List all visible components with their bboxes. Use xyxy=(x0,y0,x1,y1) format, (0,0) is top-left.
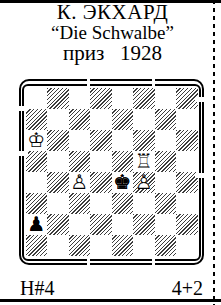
frame-notch xyxy=(152,256,155,265)
square-c4: ♟♙ xyxy=(69,172,91,193)
square-b2 xyxy=(47,214,69,235)
square-b4 xyxy=(47,172,69,193)
square-b8 xyxy=(47,88,69,109)
square-c1 xyxy=(69,235,91,256)
black-king-e4: ♚♚ xyxy=(113,172,131,193)
square-b7 xyxy=(47,109,69,130)
square-b6 xyxy=(47,130,69,151)
square-g6 xyxy=(155,130,177,151)
square-a5 xyxy=(26,151,48,172)
square-f1 xyxy=(133,235,155,256)
king-glyph: ♚ xyxy=(113,172,131,193)
pawn-glyph: ♟ xyxy=(27,214,45,235)
black-pawn-a2: ♟♟ xyxy=(27,214,45,235)
chess-board-area: ♚♔♜♖♟♙♚♚♟♙♟♟ xyxy=(19,79,204,265)
square-a7 xyxy=(26,109,48,130)
square-e6 xyxy=(112,130,134,151)
square-e1 xyxy=(112,235,134,256)
white-pawn-c4: ♟♙ xyxy=(70,172,88,193)
square-g1 xyxy=(155,235,177,256)
square-f3 xyxy=(133,193,155,214)
square-f5: ♜♖ xyxy=(133,151,155,172)
pawn-glyph: ♙ xyxy=(70,172,88,193)
square-c7 xyxy=(69,109,91,130)
frame-notch xyxy=(87,79,90,88)
board: ♚♔♜♖♟♙♚♚♟♙♟♟ xyxy=(26,88,198,256)
square-e7 xyxy=(112,109,134,130)
square-g5 xyxy=(155,151,177,172)
square-c2 xyxy=(69,214,91,235)
square-g2 xyxy=(155,214,177,235)
pawn-glyph: ♙ xyxy=(135,172,153,193)
square-a4 xyxy=(26,172,48,193)
white-rook-f5: ♜♖ xyxy=(135,151,153,172)
square-f8 xyxy=(133,88,155,109)
square-h1 xyxy=(176,235,198,256)
square-g3 xyxy=(155,193,177,214)
white-pawn-f4: ♟♙ xyxy=(135,172,153,193)
bottom-rule-line xyxy=(0,299,221,302)
diagram-footer: H#4 4+2 xyxy=(20,278,203,299)
square-a8 xyxy=(26,88,48,109)
square-f7 xyxy=(133,109,155,130)
square-d3 xyxy=(90,193,112,214)
square-c5 xyxy=(69,151,91,172)
white-king-a6: ♚♔ xyxy=(27,130,45,151)
board-frame-inner: ♚♔♜♖♟♙♚♚♟♙♟♟ xyxy=(22,84,201,261)
square-a3 xyxy=(26,193,48,214)
square-d7 xyxy=(90,109,112,130)
square-c6 xyxy=(69,130,91,151)
square-g8 xyxy=(155,88,177,109)
square-a1 xyxy=(26,235,48,256)
stipulation-label: H#4 xyxy=(20,278,54,299)
square-c3 xyxy=(69,193,91,214)
frame-notch xyxy=(152,79,155,88)
square-e8 xyxy=(112,88,134,109)
source-publication: “Die Schwalbe” xyxy=(4,23,221,43)
frame-notch xyxy=(195,97,204,102)
square-f6 xyxy=(133,130,155,151)
frame-notch xyxy=(87,256,90,265)
square-e4: ♚♚ xyxy=(112,172,134,193)
square-d4 xyxy=(90,172,112,193)
square-h6 xyxy=(176,130,198,151)
rook-glyph: ♖ xyxy=(135,151,153,172)
composer-name: К. ЭКХАРД xyxy=(4,2,221,23)
square-d5 xyxy=(90,151,112,172)
square-b1 xyxy=(47,235,69,256)
square-d1 xyxy=(90,235,112,256)
square-h2 xyxy=(176,214,198,235)
square-b5 xyxy=(47,151,69,172)
square-h3 xyxy=(176,193,198,214)
frame-notch xyxy=(19,106,28,111)
square-c8 xyxy=(69,88,91,109)
square-f4: ♟♙ xyxy=(133,172,155,193)
square-d2 xyxy=(90,214,112,235)
square-f2 xyxy=(133,214,155,235)
square-h7 xyxy=(176,109,198,130)
square-g4 xyxy=(155,172,177,193)
square-b3 xyxy=(47,193,69,214)
square-g7 xyxy=(155,109,177,130)
square-e5 xyxy=(112,151,134,172)
material-count: 4+2 xyxy=(172,278,203,299)
square-a6: ♚♔ xyxy=(26,130,48,151)
board-frame-outer: ♚♔♜♖♟♙♚♚♟♙♟♟ xyxy=(19,79,204,265)
square-h5 xyxy=(176,151,198,172)
square-d8 xyxy=(90,88,112,109)
problem-diagram-page: К. ЭКХАРД “Die Schwalbe” приз 1928 ♚♔♜♖♟… xyxy=(0,0,221,305)
king-glyph: ♔ xyxy=(27,130,45,151)
award-year: приз 1928 xyxy=(4,43,221,64)
frame-notch xyxy=(195,173,204,178)
square-e3 xyxy=(112,193,134,214)
frame-notch xyxy=(19,151,28,156)
square-e2 xyxy=(112,214,134,235)
square-d6 xyxy=(90,130,112,151)
square-a2: ♟♟ xyxy=(26,214,48,235)
